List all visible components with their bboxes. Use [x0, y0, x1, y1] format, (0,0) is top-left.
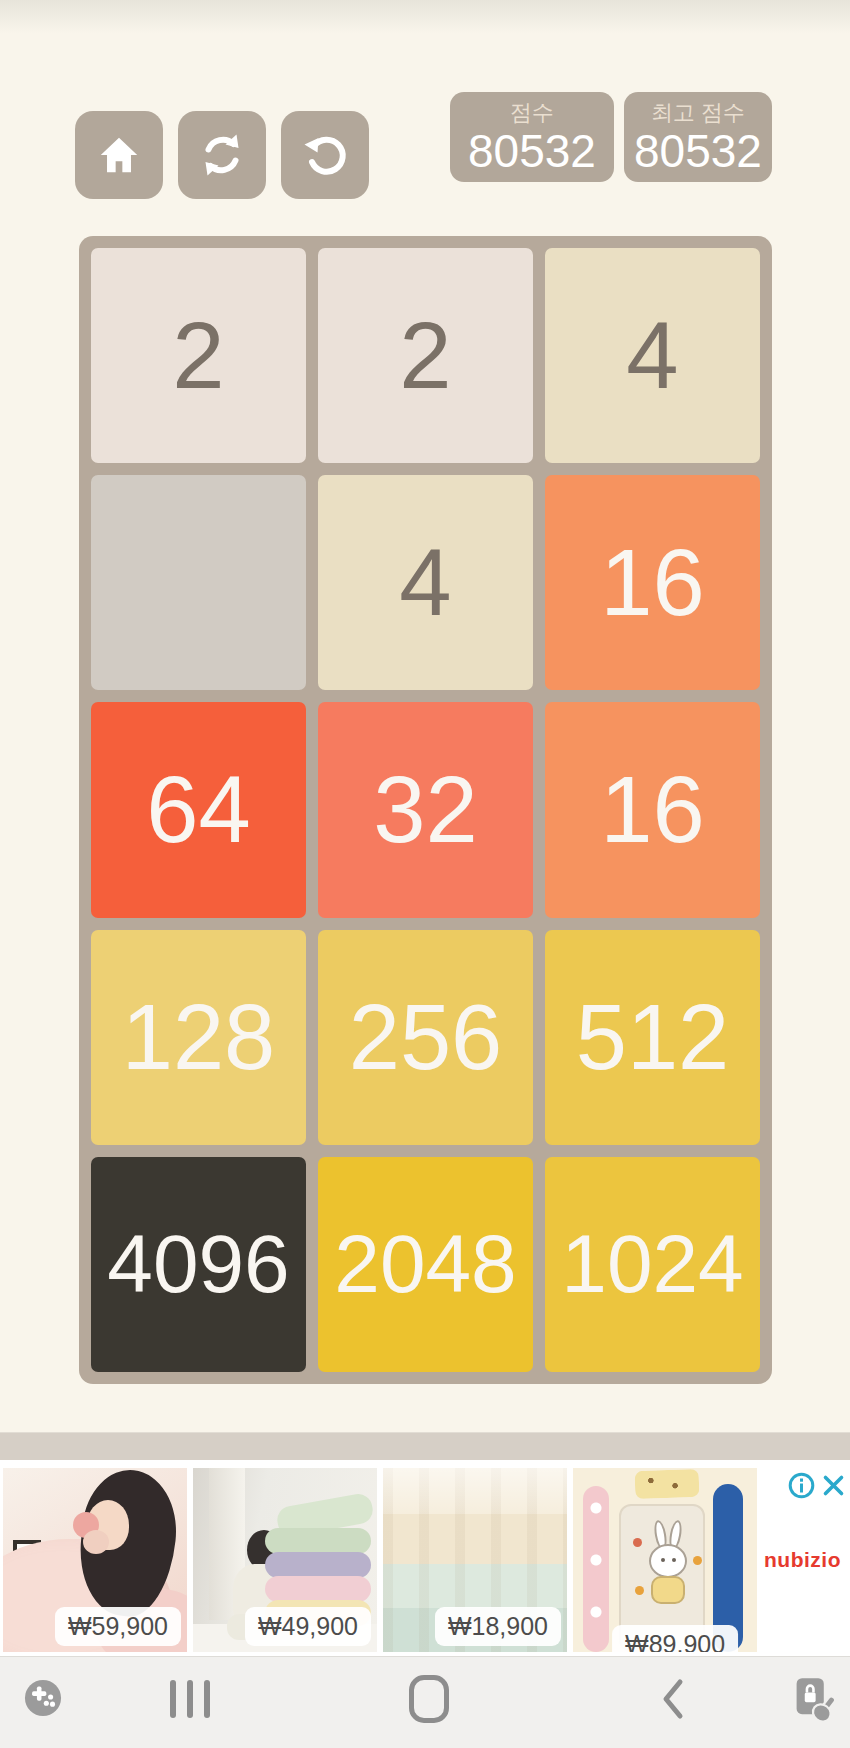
restart-button[interactable] [178, 111, 266, 199]
price-badge: ₩18,900 [435, 1607, 561, 1646]
tile-4: 4 [545, 248, 760, 463]
game-board[interactable]: 224416643216128256512409620481024 [79, 236, 772, 1384]
tile-64: 64 [91, 702, 306, 917]
tile-16: 16 [545, 702, 760, 917]
best-score-label: 최고 점수 [651, 100, 745, 126]
screen: 점수 80532 최고 점수 80532 2244166432161282565… [0, 0, 850, 1748]
tile-512: 512 [545, 930, 760, 1145]
recents-button[interactable] [170, 1680, 210, 1718]
ad-close-icon[interactable] [821, 1473, 846, 1502]
empty-cell [91, 475, 306, 690]
ad-info-icon[interactable] [788, 1472, 815, 1503]
undo-button[interactable] [281, 111, 369, 199]
best-score-box: 최고 점수 80532 [624, 92, 772, 182]
recents-icon [170, 1680, 176, 1718]
tile-2048: 2048 [318, 1157, 533, 1372]
score-label: 점수 [510, 100, 554, 126]
status-bar-shade [0, 0, 850, 34]
miffy-baby-bedding-photo [583, 1486, 609, 1652]
ad-brand: nubizio [764, 1548, 841, 1572]
navigation-bar [0, 1656, 850, 1748]
tile-2: 2 [91, 248, 306, 463]
tile-4096: 4096 [91, 1157, 306, 1372]
score-panel: 점수 80532 최고 점수 80532 [450, 92, 772, 182]
game-launcher-icon[interactable] [24, 1679, 62, 1717]
toolbar [75, 111, 369, 199]
restart-icon [198, 131, 246, 179]
ad-products: ₩59,900 ₩49,900 ₩18,900 [3, 1468, 757, 1652]
tile-4: 4 [318, 475, 533, 690]
touch-protection-icon[interactable] [792, 1675, 836, 1729]
home-button[interactable] [75, 111, 163, 199]
divider-strip [0, 1432, 850, 1460]
ad-product-3[interactable]: ₩18,900 [383, 1468, 567, 1652]
ad-product-2[interactable]: ₩49,900 [193, 1468, 377, 1652]
tile-256: 256 [318, 930, 533, 1145]
tile-32: 32 [318, 702, 533, 917]
price-badge: ₩59,900 [55, 1607, 181, 1646]
score-box: 점수 80532 [450, 92, 614, 182]
tile-128: 128 [91, 930, 306, 1145]
ad-product-1[interactable]: ₩59,900 [3, 1468, 187, 1652]
score-value: 80532 [468, 126, 596, 176]
home-icon [96, 132, 142, 178]
home-nav-button[interactable] [409, 1675, 449, 1723]
ad-product-4[interactable]: ₩89,900 [573, 1468, 757, 1652]
price-badge: ₩89,900 [612, 1625, 738, 1652]
best-score-value: 80532 [634, 126, 762, 176]
tile-1024: 1024 [545, 1157, 760, 1372]
ad-banner: ₩59,900 ₩49,900 ₩18,900 [0, 1460, 850, 1656]
price-badge: ₩49,900 [245, 1607, 371, 1646]
tile-16: 16 [545, 475, 760, 690]
undo-icon [301, 131, 349, 179]
tile-2: 2 [318, 248, 533, 463]
back-button[interactable] [660, 1677, 686, 1725]
